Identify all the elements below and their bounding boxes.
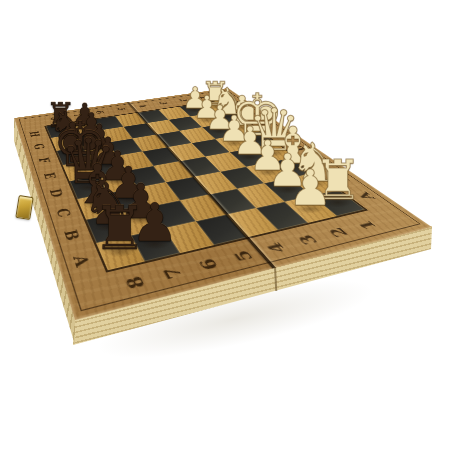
product-photo-scene: HGFEDCBA HGFEDCBA 87654321 87654321 ♜♟♟♜… bbox=[0, 0, 450, 450]
brass-clasp bbox=[15, 195, 33, 220]
